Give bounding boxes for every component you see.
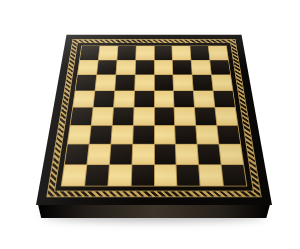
checkerboard [61, 46, 248, 187]
square [114, 91, 134, 107]
square [174, 75, 193, 90]
square [108, 165, 131, 186]
board-photo [0, 0, 300, 249]
square [212, 75, 233, 90]
square [113, 108, 134, 125]
square [80, 46, 99, 60]
square [92, 108, 113, 125]
square [210, 60, 230, 74]
square [78, 60, 98, 74]
inner-pinstripe [54, 43, 254, 192]
square [85, 165, 109, 186]
square [215, 108, 237, 125]
outer-pinstripe [46, 39, 261, 197]
square [192, 60, 211, 74]
square [154, 144, 175, 164]
square [219, 144, 243, 164]
inner-frame-margin [55, 43, 253, 191]
square [117, 46, 135, 60]
square [154, 108, 174, 125]
square [222, 165, 246, 186]
square [71, 108, 93, 125]
square [136, 46, 154, 60]
square [76, 75, 97, 90]
square [73, 91, 94, 107]
square [191, 46, 210, 60]
square [110, 144, 132, 164]
square [133, 125, 154, 143]
square [154, 125, 175, 143]
square [193, 75, 213, 90]
square [176, 144, 198, 164]
square [175, 108, 196, 125]
square [209, 46, 228, 60]
square [93, 91, 114, 107]
square [116, 60, 135, 74]
square [154, 46, 172, 60]
square [194, 91, 215, 107]
square [154, 165, 176, 186]
square [111, 125, 132, 143]
square [62, 165, 86, 186]
square [154, 75, 173, 90]
square [154, 60, 172, 74]
board-edge [36, 204, 272, 218]
square [175, 125, 196, 143]
greek-ornament-border [47, 40, 260, 197]
square [115, 75, 134, 90]
square [134, 91, 153, 107]
square [133, 108, 153, 125]
square [132, 144, 153, 164]
square [99, 46, 118, 60]
square [65, 144, 89, 164]
square [154, 91, 173, 107]
square [131, 165, 153, 186]
square [195, 108, 216, 125]
square [177, 165, 200, 186]
square [196, 125, 218, 143]
chess-board [36, 35, 272, 205]
square [135, 60, 153, 74]
square [68, 125, 91, 143]
square [89, 125, 111, 143]
square [174, 91, 194, 107]
square [172, 46, 190, 60]
square [97, 60, 116, 74]
square [95, 75, 115, 90]
square [214, 91, 235, 107]
square [217, 125, 240, 143]
square [198, 144, 221, 164]
square [135, 75, 154, 90]
square [87, 144, 110, 164]
square [173, 60, 192, 74]
square [199, 165, 223, 186]
